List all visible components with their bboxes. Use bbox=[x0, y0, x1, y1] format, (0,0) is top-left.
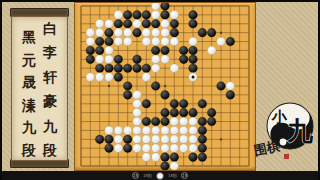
black-player-column: 黑元晟溱九段 bbox=[19, 20, 39, 157]
play-toggle-knob[interactable] bbox=[156, 172, 164, 180]
player-text-char: 白 bbox=[43, 21, 57, 35]
letterbox-top bbox=[0, 0, 320, 2]
player-text-char: 晟 bbox=[22, 75, 36, 89]
broadcast-background: 白李轩豪九段 黑元晟溱九段 小九围棋 bbox=[2, 2, 318, 171]
channel-logo: 小九围棋 bbox=[250, 70, 320, 167]
video-control-bar[interactable]: 15 15秒 15秒 15 bbox=[0, 171, 320, 180]
scroll-paper: 白李轩豪九段 黑元晟溱九段 bbox=[11, 16, 68, 161]
svg-text:九: 九 bbox=[286, 116, 314, 146]
player-text-char: 段 bbox=[22, 143, 36, 157]
player-text-char: 轩 bbox=[43, 70, 57, 84]
letterbox-left bbox=[0, 0, 2, 180]
forward-label: 15秒 bbox=[168, 174, 177, 178]
forward-15-button[interactable]: 15 bbox=[181, 172, 188, 179]
go-board bbox=[74, 2, 256, 171]
rewind-15-button[interactable]: 15 bbox=[132, 172, 139, 179]
player-text-char: 段 bbox=[43, 143, 57, 157]
white-player-column: 白李轩豪九段 bbox=[40, 20, 60, 157]
video-frame: 白李轩豪九段 黑元晟溱九段 小九围棋 15 15秒 15秒 15 bbox=[0, 0, 320, 180]
player-text-char: 李 bbox=[43, 45, 57, 59]
player-text-char: 元 bbox=[22, 53, 36, 67]
svg-text:围棋: 围棋 bbox=[252, 138, 281, 158]
player-text-char: 九 bbox=[43, 119, 57, 133]
svg-text:小: 小 bbox=[271, 108, 288, 126]
player-name-scroll: 白李轩豪九段 黑元晟溱九段 bbox=[10, 8, 69, 168]
player-text-char: 溱 bbox=[22, 98, 36, 112]
rewind-label: 15秒 bbox=[143, 174, 152, 178]
player-text-char: 黑 bbox=[22, 30, 36, 44]
player-text-char: 豪 bbox=[43, 94, 57, 108]
player-text-char: 九 bbox=[22, 120, 36, 134]
